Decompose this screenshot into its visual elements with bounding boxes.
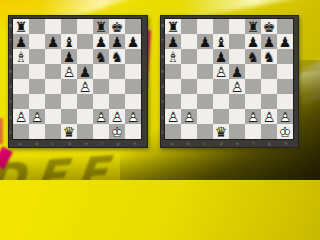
square-a1 [165, 124, 181, 139]
rank-label: 6 [9, 54, 12, 59]
right-board-grid: ♜♜♚♟♟♝♟♟♟♝♗♟♞♞♟♙♟♟♙♟♙♟♙♟♙♟♙♟♙♛♚♔ [164, 18, 294, 140]
square-f4 [93, 79, 109, 94]
square-e5: ♟ [77, 64, 93, 79]
square-f5 [93, 64, 109, 79]
square-g8: ♚ [109, 19, 125, 34]
white-bishop-icon: ♝♗ [165, 49, 181, 64]
square-a2: ♟♙ [165, 109, 181, 124]
black-knight-icon: ♞ [263, 50, 276, 64]
square-c7: ♟ [45, 34, 61, 49]
square-d7: ♝ [213, 34, 229, 49]
square-d3 [61, 94, 77, 109]
square-c5 [45, 64, 61, 79]
square-g5 [109, 64, 125, 79]
file-label: b [187, 141, 190, 146]
black-king-icon: ♚ [263, 20, 276, 34]
square-a1 [13, 124, 29, 139]
square-g2: ♟♙ [261, 109, 277, 124]
square-c3 [197, 94, 213, 109]
square-b7 [181, 34, 197, 49]
square-h2: ♟♙ [125, 109, 141, 124]
square-b4 [181, 79, 197, 94]
square-e2 [77, 109, 93, 124]
white-pawn-icon: ♟♙ [229, 79, 245, 94]
square-h3 [277, 94, 293, 109]
square-c8 [197, 19, 213, 34]
square-d8 [213, 19, 229, 34]
square-c1 [45, 124, 61, 139]
right-chess-board: 87654321 abcdefgh ♜♜♚♟♟♝♟♟♟♝♗♟♞♞♟♙♟♟♙♟♙♟… [160, 15, 299, 148]
square-c1 [197, 124, 213, 139]
square-d6: ♟ [213, 49, 229, 64]
black-rook-icon: ♜ [15, 20, 28, 34]
square-g7: ♟ [109, 34, 125, 49]
black-pawn-icon: ♟ [47, 35, 60, 49]
rank-label: 1 [161, 130, 164, 135]
left-chess-board: 87654321 abcdefgh ♜♜♚♟♟♝♟♟♟♝♗♟♞♞♟♙♟♟♙♟♙♟… [8, 15, 148, 148]
file-label: c [52, 141, 54, 146]
white-bishop-icon: ♝♗ [13, 49, 29, 64]
square-c6 [45, 49, 61, 64]
square-h6 [277, 49, 293, 64]
square-d2 [61, 109, 77, 124]
white-pawn-icon: ♟♙ [93, 109, 109, 124]
square-e6 [229, 49, 245, 64]
white-pawn-icon: ♟♙ [277, 109, 293, 124]
rank-label: 5 [161, 69, 164, 74]
square-g3 [261, 94, 277, 109]
square-f7: ♟ [93, 34, 109, 49]
black-pawn-icon: ♟ [199, 35, 212, 49]
square-e7 [229, 34, 245, 49]
black-bishop-icon: ♝ [63, 35, 76, 49]
white-pawn-icon: ♟♙ [29, 109, 45, 124]
square-e7 [77, 34, 93, 49]
left-board-grid: ♜♜♚♟♟♝♟♟♟♝♗♟♞♞♟♙♟♟♙♟♙♟♙♟♙♟♙♟♙♛♚♔ [12, 18, 142, 140]
square-d5: ♟♙ [61, 64, 77, 79]
square-h3 [125, 94, 141, 109]
file-label: a [171, 141, 173, 146]
square-e3 [77, 94, 93, 109]
square-a2: ♟♙ [13, 109, 29, 124]
black-pawn-icon: ♟ [215, 50, 228, 64]
square-h7: ♟ [125, 34, 141, 49]
file-label: e [85, 141, 87, 146]
file-label: h [284, 141, 287, 146]
black-pawn-icon: ♟ [95, 35, 108, 49]
square-h1 [125, 124, 141, 139]
white-pawn-icon: ♟♙ [261, 109, 277, 124]
square-f2: ♟♙ [93, 109, 109, 124]
white-pawn-icon: ♟♙ [165, 109, 181, 124]
square-g7: ♟ [261, 34, 277, 49]
square-e2 [229, 109, 245, 124]
square-f3 [93, 94, 109, 109]
black-pawn-icon: ♟ [63, 50, 76, 64]
black-pawn-icon: ♟ [79, 65, 92, 79]
rank-label: 7 [9, 38, 12, 43]
square-a7: ♟ [13, 34, 29, 49]
square-c2 [197, 109, 213, 124]
white-pawn-icon: ♟♙ [245, 109, 261, 124]
file-label: d [220, 141, 223, 146]
square-b4 [29, 79, 45, 94]
white-pawn-icon: ♟♙ [13, 109, 29, 124]
rank-label: 2 [9, 115, 12, 120]
black-knight-icon: ♞ [247, 50, 260, 64]
black-rook-icon: ♜ [167, 20, 180, 34]
square-d4 [213, 79, 229, 94]
square-a4 [13, 79, 29, 94]
white-pawn-icon: ♟♙ [181, 109, 197, 124]
square-d4 [61, 79, 77, 94]
square-c4 [45, 79, 61, 94]
square-b6 [181, 49, 197, 64]
square-g5 [261, 64, 277, 79]
square-a7: ♟ [165, 34, 181, 49]
square-b5 [181, 64, 197, 79]
square-a6: ♝♗ [13, 49, 29, 64]
rank-label: 3 [161, 99, 164, 104]
square-h4 [125, 79, 141, 94]
square-a3 [13, 94, 29, 109]
square-h8 [125, 19, 141, 34]
square-d3 [213, 94, 229, 109]
square-e4: ♟♙ [77, 79, 93, 94]
square-h8 [277, 19, 293, 34]
rank-label: 4 [161, 84, 164, 89]
square-g4 [109, 79, 125, 94]
square-a6: ♝♗ [165, 49, 181, 64]
file-label: c [204, 141, 206, 146]
white-pawn-icon: ♟♙ [109, 109, 125, 124]
square-f1 [93, 124, 109, 139]
square-f5 [245, 64, 261, 79]
square-f3 [245, 94, 261, 109]
square-g1: ♚♔ [109, 124, 125, 139]
square-e1 [77, 124, 93, 139]
bottom-shadow [0, 154, 320, 180]
square-c7: ♟ [197, 34, 213, 49]
square-f8: ♜ [93, 19, 109, 34]
file-label: f [253, 141, 254, 146]
black-queen-icon: ♛ [63, 125, 76, 139]
square-g1 [261, 124, 277, 139]
black-pawn-icon: ♟ [127, 35, 140, 49]
square-a5 [165, 64, 181, 79]
square-a8: ♜ [165, 19, 181, 34]
square-g6: ♞ [109, 49, 125, 64]
square-c2 [45, 109, 61, 124]
square-g6: ♞ [261, 49, 277, 64]
white-pawn-icon: ♟♙ [61, 64, 77, 79]
square-d8 [61, 19, 77, 34]
square-f1 [245, 124, 261, 139]
white-pawn-icon: ♟♙ [213, 64, 229, 79]
black-pawn-icon: ♟ [15, 35, 28, 49]
square-h4 [277, 79, 293, 94]
square-a4 [165, 79, 181, 94]
square-b3 [181, 94, 197, 109]
black-knight-icon: ♞ [95, 50, 108, 64]
square-d7: ♝ [61, 34, 77, 49]
square-a8: ♜ [13, 19, 29, 34]
square-f8: ♜ [245, 19, 261, 34]
square-b7 [29, 34, 45, 49]
square-c3 [45, 94, 61, 109]
square-d5: ♟♙ [213, 64, 229, 79]
rank-label: 6 [161, 54, 164, 59]
black-pawn-icon: ♟ [231, 65, 244, 79]
file-label: a [19, 141, 21, 146]
square-e1 [229, 124, 245, 139]
file-label: f [101, 141, 102, 146]
black-bishop-icon: ♝ [215, 35, 228, 49]
square-d6: ♟ [61, 49, 77, 64]
square-h1: ♚♔ [277, 124, 293, 139]
file-label: g [268, 141, 271, 146]
square-b8 [29, 19, 45, 34]
rank-label: 1 [9, 130, 12, 135]
square-e6 [77, 49, 93, 64]
square-b3 [29, 94, 45, 109]
black-pawn-icon: ♟ [111, 35, 124, 49]
square-h2: ♟♙ [277, 109, 293, 124]
file-labels: abcdefgh [164, 140, 294, 147]
black-pawn-icon: ♟ [263, 35, 276, 49]
square-c6 [197, 49, 213, 64]
black-king-icon: ♚ [111, 20, 124, 34]
white-king-icon: ♚♔ [109, 124, 125, 139]
square-b6 [29, 49, 45, 64]
square-e4: ♟♙ [229, 79, 245, 94]
rank-label: 2 [161, 115, 164, 120]
black-rook-icon: ♜ [247, 20, 260, 34]
square-g8: ♚ [261, 19, 277, 34]
square-b1 [181, 124, 197, 139]
square-g3 [109, 94, 125, 109]
white-pawn-icon: ♟♙ [125, 109, 141, 124]
file-label: d [68, 141, 71, 146]
rank-label: 4 [9, 84, 12, 89]
white-pawn-icon: ♟♙ [77, 79, 93, 94]
square-b2: ♟♙ [29, 109, 45, 124]
square-c4 [197, 79, 213, 94]
square-h5 [125, 64, 141, 79]
black-queen-icon: ♛ [215, 125, 228, 139]
square-e8 [77, 19, 93, 34]
square-d1: ♛ [213, 124, 229, 139]
square-f2: ♟♙ [245, 109, 261, 124]
magenta-streak [0, 146, 13, 169]
black-pawn-icon: ♟ [279, 35, 292, 49]
square-g2: ♟♙ [109, 109, 125, 124]
square-e8 [229, 19, 245, 34]
square-f6: ♞ [245, 49, 261, 64]
square-b2: ♟♙ [181, 109, 197, 124]
black-rook-icon: ♜ [95, 20, 108, 34]
square-a3 [165, 94, 181, 109]
black-pawn-icon: ♟ [167, 35, 180, 49]
rank-label: 8 [9, 23, 12, 28]
square-f7: ♟ [245, 34, 261, 49]
square-f4 [245, 79, 261, 94]
rank-label: 3 [9, 99, 12, 104]
file-label: g [117, 141, 120, 146]
square-d1: ♛ [61, 124, 77, 139]
square-b5 [29, 64, 45, 79]
file-labels: abcdefgh [12, 140, 143, 147]
square-c5 [197, 64, 213, 79]
square-e5: ♟ [229, 64, 245, 79]
square-g4 [261, 79, 277, 94]
file-label: e [236, 141, 238, 146]
black-pawn-icon: ♟ [247, 35, 260, 49]
file-label: h [133, 141, 136, 146]
square-b1 [29, 124, 45, 139]
square-e3 [229, 94, 245, 109]
rank-label: 5 [9, 69, 12, 74]
white-king-icon: ♚♔ [277, 124, 293, 139]
rank-label: 8 [161, 23, 164, 28]
file-label: b [36, 141, 39, 146]
square-f6: ♞ [93, 49, 109, 64]
square-h6 [125, 49, 141, 64]
rank-label: 7 [161, 38, 164, 43]
square-h7: ♟ [277, 34, 293, 49]
magenta-streak [0, 118, 3, 144]
square-h5 [277, 64, 293, 79]
square-d2 [213, 109, 229, 124]
square-a5 [13, 64, 29, 79]
square-c8 [45, 19, 61, 34]
rank-labels: 87654321 [161, 18, 164, 140]
rank-labels: 87654321 [9, 18, 12, 140]
black-knight-icon: ♞ [111, 50, 124, 64]
square-b8 [181, 19, 197, 34]
